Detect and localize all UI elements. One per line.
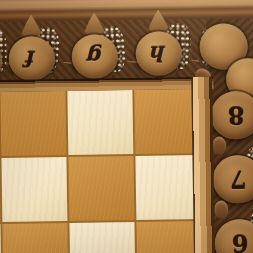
rank-label-6: 6 <box>231 229 248 253</box>
square-g6 <box>69 222 135 253</box>
square-g8 <box>67 90 133 155</box>
file-label-g: g <box>87 44 102 69</box>
square-h7 <box>135 155 201 220</box>
board-squares <box>0 89 202 253</box>
carved-leaf <box>212 137 226 155</box>
square-h8 <box>134 89 200 154</box>
rank-label-7: 7 <box>229 165 246 194</box>
board-photo: f g h 8 <box>0 0 253 253</box>
square-f6 <box>2 223 68 253</box>
square-e6 <box>0 224 1 253</box>
square-f7 <box>1 157 67 222</box>
carved-leaf <box>214 200 228 218</box>
board-frame-right <box>191 77 215 253</box>
rank-label-8: 8 <box>227 101 244 130</box>
square-f8 <box>0 91 66 156</box>
chess-board: f g h 8 <box>0 0 253 253</box>
file-label-f: f <box>27 46 36 71</box>
square-g7 <box>68 156 134 221</box>
file-label-h: h <box>151 41 167 66</box>
